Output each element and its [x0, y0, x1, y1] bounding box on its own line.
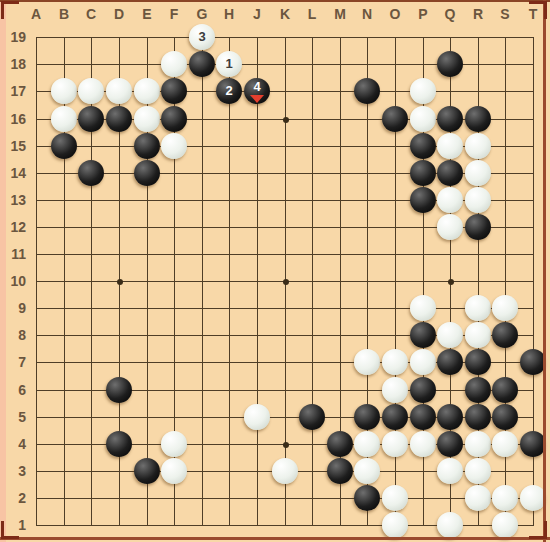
board-left-edge-trim [0, 0, 6, 542]
white-stone [465, 160, 491, 186]
row-label: 13 [2, 192, 26, 208]
white-stone [382, 377, 408, 403]
row-label: 19 [2, 29, 26, 45]
white-stone [492, 512, 518, 538]
column-label: D [109, 6, 129, 22]
white-stone [161, 133, 187, 159]
white-stone [78, 78, 104, 104]
row-label: 18 [2, 56, 26, 72]
column-label: O [385, 6, 405, 22]
white-stone [106, 78, 132, 104]
row-label: 7 [2, 354, 26, 370]
white-stone [437, 133, 463, 159]
row-label: 2 [2, 490, 26, 506]
black-stone [106, 377, 132, 403]
row-label: 10 [2, 273, 26, 289]
black-stone [410, 377, 436, 403]
black-stone [134, 458, 160, 484]
corner-ornament-top-left [1, 1, 19, 19]
move-number: 3 [189, 30, 215, 44]
column-label: E [137, 6, 157, 22]
star-point [448, 279, 454, 285]
go-board[interactable]: 1234 [0, 0, 550, 542]
row-label: 9 [2, 300, 26, 316]
black-stone [410, 187, 436, 213]
move-number: 1 [216, 57, 242, 71]
column-label: N [357, 6, 377, 22]
black-stone [189, 51, 215, 77]
black-stone [410, 160, 436, 186]
black-stone [161, 106, 187, 132]
white-stone [51, 78, 77, 104]
white-stone [492, 295, 518, 321]
white-stone [410, 431, 436, 457]
black-stone [382, 106, 408, 132]
white-stone [134, 78, 160, 104]
black-stone [437, 404, 463, 430]
black-stone [410, 322, 436, 348]
row-label: 17 [2, 83, 26, 99]
white-stone [161, 431, 187, 457]
white-stone [354, 431, 380, 457]
black-stone [327, 458, 353, 484]
star-point [117, 279, 123, 285]
white-stone [410, 78, 436, 104]
grid-hline [36, 498, 534, 499]
row-label: 5 [2, 409, 26, 425]
column-label: B [54, 6, 74, 22]
white-stone [51, 106, 77, 132]
move-number: 2 [216, 84, 242, 98]
white-stone [382, 512, 408, 538]
black-stone [354, 404, 380, 430]
white-stone [354, 458, 380, 484]
white-stone [161, 458, 187, 484]
white-stone [437, 512, 463, 538]
white-stone [465, 458, 491, 484]
column-label: J [247, 6, 267, 22]
black-stone [492, 404, 518, 430]
black-stone [106, 431, 132, 457]
white-stone [492, 431, 518, 457]
column-label: C [81, 6, 101, 22]
column-label: Q [440, 6, 460, 22]
grid-hline [36, 308, 534, 309]
row-label: 1 [2, 517, 26, 533]
white-stone [465, 485, 491, 511]
column-label: T [523, 6, 543, 22]
white-stone [465, 431, 491, 457]
column-label: M [330, 6, 350, 22]
white-stone [410, 295, 436, 321]
white-stone [465, 322, 491, 348]
black-stone [465, 106, 491, 132]
black-stone [410, 133, 436, 159]
column-label: L [302, 6, 322, 22]
column-label: A [26, 6, 46, 22]
black-stone [465, 214, 491, 240]
star-point [283, 442, 289, 448]
row-label: 14 [2, 165, 26, 181]
corner-ornament-bottom-right [529, 521, 547, 539]
last-move-triangle-marker [250, 95, 264, 103]
black-stone [437, 160, 463, 186]
row-label: 15 [2, 138, 26, 154]
black-stone [492, 377, 518, 403]
white-stone [492, 485, 518, 511]
row-label: 8 [2, 327, 26, 343]
white-stone [465, 295, 491, 321]
column-label: F [164, 6, 184, 22]
move-number: 4 [244, 80, 270, 94]
black-stone [465, 349, 491, 375]
star-point [283, 279, 289, 285]
white-stone [465, 187, 491, 213]
column-label: K [275, 6, 295, 22]
black-stone [78, 160, 104, 186]
black-stone [437, 106, 463, 132]
white-stone [161, 51, 187, 77]
white-stone [272, 458, 298, 484]
black-stone [410, 404, 436, 430]
black-stone [78, 106, 104, 132]
row-label: 3 [2, 463, 26, 479]
black-stone [354, 485, 380, 511]
row-label: 4 [2, 436, 26, 452]
white-stone [465, 133, 491, 159]
column-label: P [413, 6, 433, 22]
column-label: R [468, 6, 488, 22]
board-bottom-edge-trim [0, 537, 550, 540]
black-stone [437, 51, 463, 77]
board-top-edge-trim [0, 0, 550, 2]
white-stone [244, 404, 270, 430]
black-stone [134, 160, 160, 186]
black-stone [382, 404, 408, 430]
black-stone [51, 133, 77, 159]
white-stone [437, 187, 463, 213]
black-stone [161, 78, 187, 104]
black-stone [134, 133, 160, 159]
black-stone [437, 431, 463, 457]
star-point [283, 117, 289, 123]
row-label: 6 [2, 382, 26, 398]
white-stone [134, 106, 160, 132]
row-label: 16 [2, 111, 26, 127]
black-stone [437, 349, 463, 375]
grid-vline [312, 37, 313, 526]
white-stone [354, 349, 380, 375]
white-stone [437, 458, 463, 484]
black-stone [465, 377, 491, 403]
column-label: H [219, 6, 239, 22]
black-stone [106, 106, 132, 132]
column-label: G [192, 6, 212, 22]
row-label: 12 [2, 219, 26, 235]
white-stone [410, 349, 436, 375]
white-stone [382, 485, 408, 511]
black-stone [299, 404, 325, 430]
black-stone [327, 431, 353, 457]
white-stone [382, 431, 408, 457]
black-stone [492, 322, 518, 348]
white-stone [437, 214, 463, 240]
white-stone [382, 349, 408, 375]
column-label: S [495, 6, 515, 22]
black-stone [465, 404, 491, 430]
black-stone [354, 78, 380, 104]
white-stone [437, 322, 463, 348]
board-right-edge-trim [543, 0, 546, 542]
row-label: 11 [2, 246, 26, 262]
white-stone [410, 106, 436, 132]
go-app-screen: 1234 ABCDEFGHJKLMNOPQRST1918171615141312… [0, 0, 550, 542]
